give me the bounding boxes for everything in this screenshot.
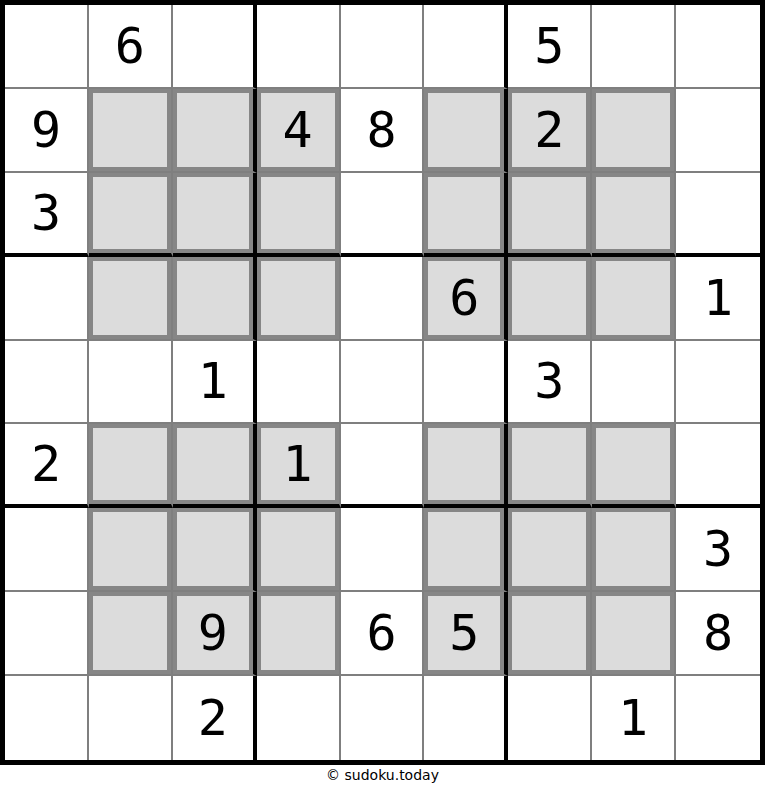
cell-r4c6[interactable]: 6 — [424, 257, 508, 341]
cell-r9c7[interactable] — [508, 676, 592, 760]
cell-r7c4[interactable] — [257, 508, 341, 592]
cell-r3c9[interactable] — [676, 173, 760, 257]
cell-r8c1[interactable] — [5, 592, 89, 676]
cell-r4c2[interactable] — [89, 257, 173, 341]
cell-r8c8[interactable] — [592, 592, 676, 676]
cell-r2c7[interactable]: 2 — [508, 89, 592, 173]
cell-r9c4[interactable] — [257, 676, 341, 760]
cell-r7c3[interactable] — [173, 508, 257, 592]
cell-r9c2[interactable] — [89, 676, 173, 760]
sudoku-board: 65948236113213965821 — [0, 0, 765, 765]
cell-r4c4[interactable] — [257, 257, 341, 341]
cell-r2c4[interactable]: 4 — [257, 89, 341, 173]
cell-r4c1[interactable] — [5, 257, 89, 341]
cell-r6c1[interactable]: 2 — [5, 424, 89, 508]
cell-r1c4[interactable] — [257, 5, 341, 89]
cell-r6c3[interactable] — [173, 424, 257, 508]
cell-r1c2[interactable]: 6 — [89, 5, 173, 89]
cell-r6c8[interactable] — [592, 424, 676, 508]
cell-r3c3[interactable] — [173, 173, 257, 257]
cell-r8c3[interactable]: 9 — [173, 592, 257, 676]
cell-r8c2[interactable] — [89, 592, 173, 676]
cell-r9c6[interactable] — [424, 676, 508, 760]
cell-r8c9[interactable]: 8 — [676, 592, 760, 676]
cell-r5c7[interactable]: 3 — [508, 341, 592, 425]
cell-r7c1[interactable] — [5, 508, 89, 592]
cell-r6c7[interactable] — [508, 424, 592, 508]
cell-r9c9[interactable] — [676, 676, 760, 760]
cell-r7c6[interactable] — [424, 508, 508, 592]
cell-r3c8[interactable] — [592, 173, 676, 257]
cell-r3c4[interactable] — [257, 173, 341, 257]
cell-r7c5[interactable] — [341, 508, 425, 592]
cell-r2c1[interactable]: 9 — [5, 89, 89, 173]
cell-r3c2[interactable] — [89, 173, 173, 257]
cell-r1c5[interactable] — [341, 5, 425, 89]
cell-r1c1[interactable] — [5, 5, 89, 89]
cell-r5c3[interactable]: 1 — [173, 341, 257, 425]
cell-r3c7[interactable] — [508, 173, 592, 257]
cell-r8c5[interactable]: 6 — [341, 592, 425, 676]
cell-r3c1[interactable]: 3 — [5, 173, 89, 257]
cell-r5c4[interactable] — [257, 341, 341, 425]
cell-r6c2[interactable] — [89, 424, 173, 508]
cell-r1c8[interactable] — [592, 5, 676, 89]
cell-r5c2[interactable] — [89, 341, 173, 425]
cell-r1c3[interactable] — [173, 5, 257, 89]
cell-r6c9[interactable] — [676, 424, 760, 508]
cell-r4c7[interactable] — [508, 257, 592, 341]
cell-r2c5[interactable]: 8 — [341, 89, 425, 173]
cell-r7c8[interactable] — [592, 508, 676, 592]
cell-r5c9[interactable] — [676, 341, 760, 425]
cell-r4c5[interactable] — [341, 257, 425, 341]
cell-r5c6[interactable] — [424, 341, 508, 425]
cell-r8c6[interactable]: 5 — [424, 592, 508, 676]
cell-r9c3[interactable]: 2 — [173, 676, 257, 760]
cell-r7c2[interactable] — [89, 508, 173, 592]
cell-r9c1[interactable] — [5, 676, 89, 760]
cell-r7c7[interactable] — [508, 508, 592, 592]
cell-r4c8[interactable] — [592, 257, 676, 341]
site-credit: © sudoku.today — [326, 767, 439, 783]
footer: © sudoku.today — [0, 765, 765, 785]
cell-r2c3[interactable] — [173, 89, 257, 173]
cell-r2c9[interactable] — [676, 89, 760, 173]
cell-r4c9[interactable]: 1 — [676, 257, 760, 341]
cell-r2c6[interactable] — [424, 89, 508, 173]
cell-r5c8[interactable] — [592, 341, 676, 425]
cell-r8c4[interactable] — [257, 592, 341, 676]
page: 65948236113213965821 © sudoku.today — [0, 0, 765, 785]
cell-r3c5[interactable] — [341, 173, 425, 257]
cell-r2c8[interactable] — [592, 89, 676, 173]
cell-r5c5[interactable] — [341, 341, 425, 425]
cell-r7c9[interactable]: 3 — [676, 508, 760, 592]
cell-r1c7[interactable]: 5 — [508, 5, 592, 89]
cell-r6c4[interactable]: 1 — [257, 424, 341, 508]
cell-r3c6[interactable] — [424, 173, 508, 257]
cell-r4c3[interactable] — [173, 257, 257, 341]
cell-r9c5[interactable] — [341, 676, 425, 760]
cell-r8c7[interactable] — [508, 592, 592, 676]
cell-r2c2[interactable] — [89, 89, 173, 173]
cell-r9c8[interactable]: 1 — [592, 676, 676, 760]
cell-r5c1[interactable] — [5, 341, 89, 425]
cell-r1c9[interactable] — [676, 5, 760, 89]
cell-r1c6[interactable] — [424, 5, 508, 89]
cell-r6c5[interactable] — [341, 424, 425, 508]
cell-r6c6[interactable] — [424, 424, 508, 508]
